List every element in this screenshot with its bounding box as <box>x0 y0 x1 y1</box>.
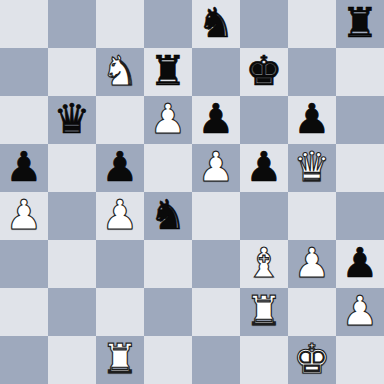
square-h3[interactable]: ♟ <box>336 240 384 288</box>
square-e5[interactable]: ♟ <box>192 144 240 192</box>
chess-board: ♞♜♞♜♚♛♟♟♟♟♟♟♟♛♟♟♞♝♟♟♜♟♜♚ <box>0 0 384 384</box>
square-g3[interactable]: ♟ <box>288 240 336 288</box>
black-pawn[interactable]: ♟ <box>96 144 144 192</box>
white-knight[interactable]: ♞ <box>96 48 144 96</box>
square-h4[interactable] <box>336 192 384 240</box>
chess-board-wrapper: ♞♜♞♜♚♛♟♟♟♟♟♟♟♛♟♟♞♝♟♟♜♟♜♚ <box>0 0 384 384</box>
black-pawn[interactable]: ♟ <box>192 96 240 144</box>
white-pawn[interactable]: ♟ <box>288 240 336 288</box>
square-d8[interactable] <box>144 0 192 48</box>
white-pawn[interactable]: ♟ <box>96 192 144 240</box>
white-pawn[interactable]: ♟ <box>0 192 48 240</box>
square-g5[interactable]: ♛ <box>288 144 336 192</box>
square-g2[interactable] <box>288 288 336 336</box>
white-rook[interactable]: ♜ <box>96 336 144 384</box>
square-c7[interactable]: ♞ <box>96 48 144 96</box>
black-pawn[interactable]: ♟ <box>336 240 384 288</box>
square-f4[interactable] <box>240 192 288 240</box>
square-h7[interactable] <box>336 48 384 96</box>
white-queen[interactable]: ♛ <box>288 144 336 192</box>
square-d2[interactable] <box>144 288 192 336</box>
square-b3[interactable] <box>48 240 96 288</box>
square-e2[interactable] <box>192 288 240 336</box>
square-b7[interactable] <box>48 48 96 96</box>
white-pawn[interactable]: ♟ <box>336 288 384 336</box>
square-a5[interactable]: ♟ <box>0 144 48 192</box>
square-b5[interactable] <box>48 144 96 192</box>
square-a3[interactable] <box>0 240 48 288</box>
black-pawn[interactable]: ♟ <box>0 144 48 192</box>
square-f1[interactable] <box>240 336 288 384</box>
square-g6[interactable]: ♟ <box>288 96 336 144</box>
square-c5[interactable]: ♟ <box>96 144 144 192</box>
square-h2[interactable]: ♟ <box>336 288 384 336</box>
black-pawn[interactable]: ♟ <box>288 96 336 144</box>
square-c3[interactable] <box>96 240 144 288</box>
square-g7[interactable] <box>288 48 336 96</box>
square-b6[interactable]: ♛ <box>48 96 96 144</box>
square-a8[interactable] <box>0 0 48 48</box>
square-d6[interactable]: ♟ <box>144 96 192 144</box>
square-a1[interactable] <box>0 336 48 384</box>
square-a6[interactable] <box>0 96 48 144</box>
square-e3[interactable] <box>192 240 240 288</box>
black-rook[interactable]: ♜ <box>336 0 384 48</box>
black-queen[interactable]: ♛ <box>48 96 96 144</box>
square-b8[interactable] <box>48 0 96 48</box>
square-b4[interactable] <box>48 192 96 240</box>
square-f8[interactable] <box>240 0 288 48</box>
square-d1[interactable] <box>144 336 192 384</box>
black-rook[interactable]: ♜ <box>144 48 192 96</box>
square-b2[interactable] <box>48 288 96 336</box>
black-knight[interactable]: ♞ <box>192 0 240 48</box>
square-e7[interactable] <box>192 48 240 96</box>
square-a2[interactable] <box>0 288 48 336</box>
square-e8[interactable]: ♞ <box>192 0 240 48</box>
square-d5[interactable] <box>144 144 192 192</box>
square-g4[interactable] <box>288 192 336 240</box>
square-c1[interactable]: ♜ <box>96 336 144 384</box>
black-knight[interactable]: ♞ <box>144 192 192 240</box>
square-d4[interactable]: ♞ <box>144 192 192 240</box>
square-a4[interactable]: ♟ <box>0 192 48 240</box>
square-e1[interactable] <box>192 336 240 384</box>
square-f2[interactable]: ♜ <box>240 288 288 336</box>
square-h6[interactable] <box>336 96 384 144</box>
square-g8[interactable] <box>288 0 336 48</box>
white-bishop[interactable]: ♝ <box>240 240 288 288</box>
square-a7[interactable] <box>0 48 48 96</box>
square-c2[interactable] <box>96 288 144 336</box>
white-rook[interactable]: ♜ <box>240 288 288 336</box>
black-pawn[interactable]: ♟ <box>240 144 288 192</box>
square-h8[interactable]: ♜ <box>336 0 384 48</box>
square-f5[interactable]: ♟ <box>240 144 288 192</box>
square-h1[interactable] <box>336 336 384 384</box>
square-e4[interactable] <box>192 192 240 240</box>
square-d3[interactable] <box>144 240 192 288</box>
square-b1[interactable] <box>48 336 96 384</box>
square-c4[interactable]: ♟ <box>96 192 144 240</box>
square-f6[interactable] <box>240 96 288 144</box>
square-c6[interactable] <box>96 96 144 144</box>
square-g1[interactable]: ♚ <box>288 336 336 384</box>
square-e6[interactable]: ♟ <box>192 96 240 144</box>
square-f3[interactable]: ♝ <box>240 240 288 288</box>
white-pawn[interactable]: ♟ <box>192 144 240 192</box>
black-king[interactable]: ♚ <box>240 48 288 96</box>
white-pawn[interactable]: ♟ <box>144 96 192 144</box>
square-c8[interactable] <box>96 0 144 48</box>
white-king[interactable]: ♚ <box>288 336 336 384</box>
square-f7[interactable]: ♚ <box>240 48 288 96</box>
square-h5[interactable] <box>336 144 384 192</box>
square-d7[interactable]: ♜ <box>144 48 192 96</box>
